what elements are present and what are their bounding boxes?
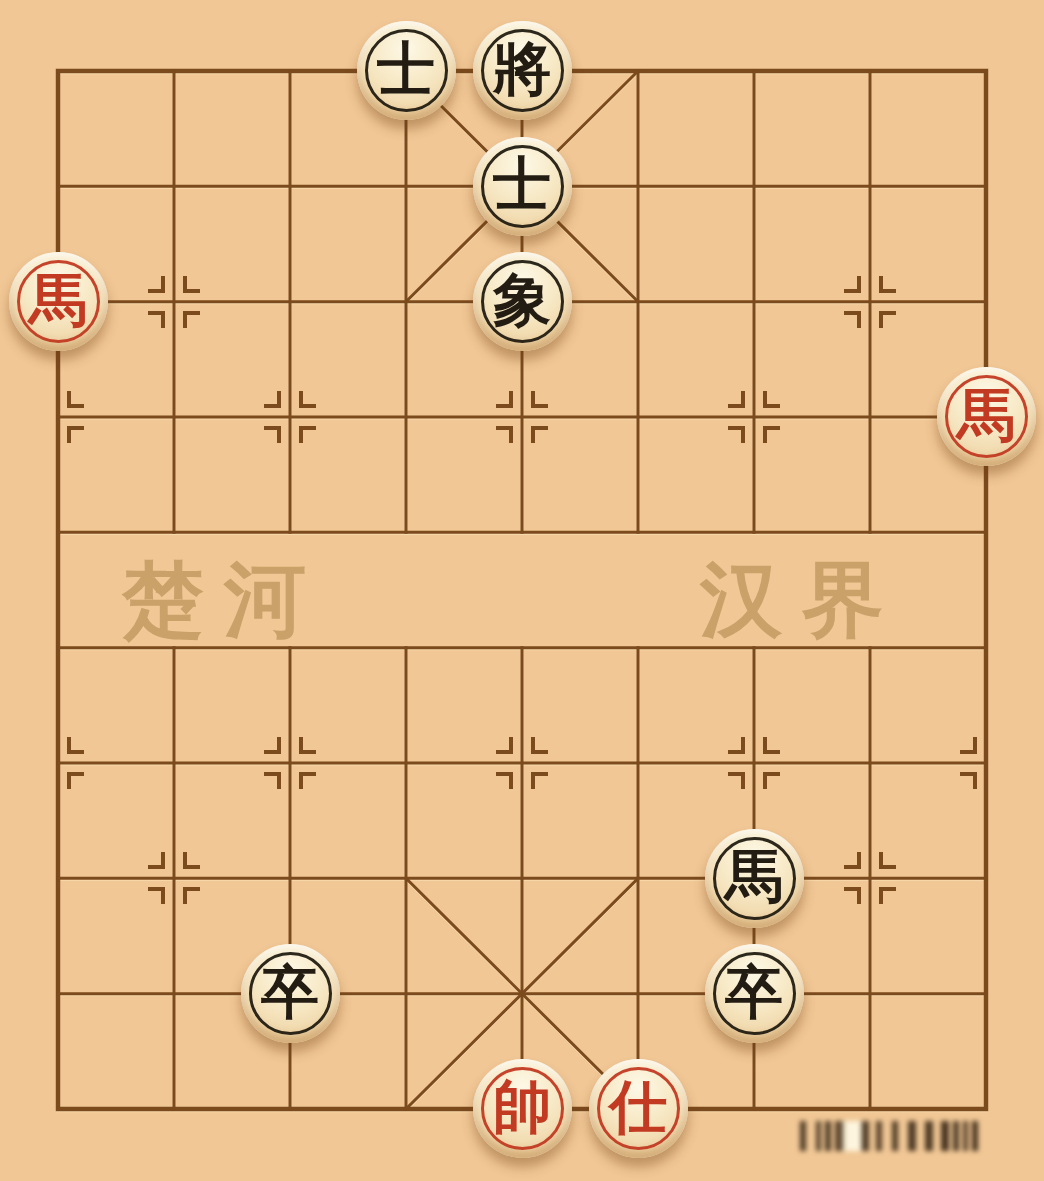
piece-glyph: 卒 [725, 963, 783, 1021]
piece-black-soldier[interactable]: 卒 [705, 944, 804, 1043]
river-label-left: 楚河 [122, 546, 326, 656]
piece-glyph: 士 [493, 155, 551, 213]
piece-red-advisor[interactable]: 仕 [589, 1059, 688, 1158]
piece-red-horse[interactable]: 馬 [9, 252, 108, 351]
piece-glyph: 馬 [957, 386, 1015, 444]
piece-glyph: 帥 [493, 1078, 551, 1136]
piece-black-general[interactable]: 將 [473, 21, 572, 120]
piece-red-general[interactable]: 帥 [473, 1059, 572, 1158]
piece-glyph: 馬 [29, 271, 87, 329]
piece-glyph: 仕 [609, 1078, 667, 1136]
piece-glyph: 象 [493, 271, 551, 329]
piece-red-horse[interactable]: 馬 [937, 367, 1036, 466]
xiangqi-board[interactable]: 楚河 汉界 士將士象馬馬馬卒卒帥仕 [0, 0, 1044, 1181]
piece-black-advisor[interactable]: 士 [473, 137, 572, 236]
piece-black-elephant[interactable]: 象 [473, 252, 572, 351]
piece-glyph: 將 [493, 40, 551, 98]
piece-glyph: 卒 [261, 963, 319, 1021]
piece-black-horse[interactable]: 馬 [705, 829, 804, 928]
piece-glyph: 馬 [725, 847, 783, 905]
blurred-watermark [796, 1121, 992, 1151]
river-label-right: 汉界 [700, 546, 904, 656]
piece-black-advisor[interactable]: 士 [357, 21, 456, 120]
piece-black-soldier[interactable]: 卒 [241, 944, 340, 1043]
piece-glyph: 士 [377, 40, 435, 98]
